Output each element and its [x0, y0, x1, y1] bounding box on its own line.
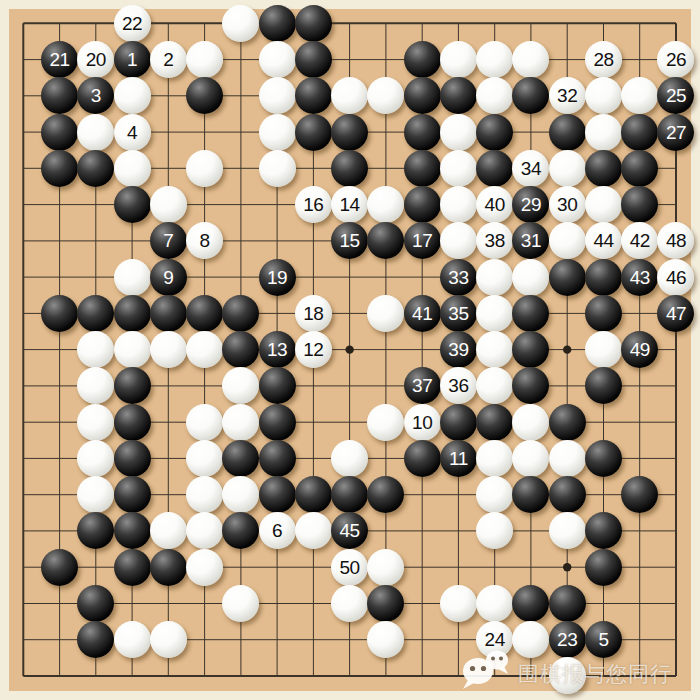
- stone-white-15-12[interactable]: [549, 440, 586, 477]
- stone-black-12-12[interactable]: 11: [440, 440, 477, 477]
- stone-black-3-12[interactable]: [114, 440, 151, 477]
- stone-black-3-1[interactable]: 1: [114, 41, 151, 78]
- stone-white-10-15[interactable]: [367, 549, 404, 586]
- stone-black-7-11[interactable]: [259, 404, 296, 441]
- stone-white-10-8[interactable]: [367, 295, 404, 332]
- stone-white-3-17[interactable]: [114, 621, 151, 658]
- stone-white-3-0[interactable]: 22: [114, 5, 151, 42]
- stone-white-11-11[interactable]: 10: [404, 404, 441, 441]
- stone-black-12-8[interactable]: 35: [440, 295, 477, 332]
- stone-white-8-8[interactable]: 18: [295, 295, 332, 332]
- stone-black-4-6[interactable]: 7: [150, 222, 187, 259]
- stone-white-13-8[interactable]: [476, 295, 513, 332]
- stone-white-12-1[interactable]: [440, 41, 477, 78]
- stone-black-16-15[interactable]: [585, 549, 622, 586]
- move-number: 31: [521, 231, 541, 250]
- move-number: 25: [666, 86, 686, 105]
- move-number: 18: [303, 304, 323, 323]
- move-number: 26: [666, 50, 686, 69]
- stone-black-3-14[interactable]: [114, 512, 151, 549]
- stone-black-16-12[interactable]: [585, 440, 622, 477]
- move-number: 27: [666, 123, 686, 142]
- stone-black-15-13[interactable]: [549, 476, 586, 513]
- move-number: 49: [630, 340, 650, 359]
- stone-black-9-3[interactable]: [331, 114, 368, 151]
- stone-black-7-9[interactable]: 13: [259, 331, 296, 368]
- go-diagram: 2221201228263322542734161440293078151738…: [0, 0, 700, 700]
- stone-white-10-11[interactable]: [367, 404, 404, 441]
- stone-white-8-5[interactable]: 16: [295, 186, 332, 223]
- move-number: 36: [448, 376, 468, 395]
- move-number: 42: [630, 231, 650, 250]
- stone-black-7-0[interactable]: [259, 5, 296, 42]
- stone-white-14-11[interactable]: [512, 404, 549, 441]
- stone-white-3-3[interactable]: 4: [114, 114, 151, 151]
- stone-black-15-17[interactable]: 23: [549, 621, 586, 658]
- stone-black-11-2[interactable]: [404, 77, 441, 114]
- stone-black-4-8[interactable]: [150, 295, 187, 332]
- stone-black-8-3[interactable]: [295, 114, 332, 151]
- stone-black-17-7[interactable]: 43: [621, 259, 658, 296]
- stone-white-3-4[interactable]: [114, 150, 151, 187]
- stone-white-7-1[interactable]: [259, 41, 296, 78]
- stone-white-12-6[interactable]: [440, 222, 477, 259]
- stone-white-12-5[interactable]: [440, 186, 477, 223]
- stone-black-3-15[interactable]: [114, 549, 151, 586]
- stone-black-7-10[interactable]: [259, 367, 296, 404]
- stone-black-7-12[interactable]: [259, 440, 296, 477]
- move-number: 39: [448, 340, 468, 359]
- stone-black-15-3[interactable]: [549, 114, 586, 151]
- stone-white-15-4[interactable]: [549, 150, 586, 187]
- stone-black-8-1[interactable]: [295, 41, 332, 78]
- move-number: 13: [267, 340, 287, 359]
- stone-white-16-2[interactable]: [585, 77, 622, 114]
- stone-white-15-5[interactable]: 30: [549, 186, 586, 223]
- stone-black-3-10[interactable]: [114, 367, 151, 404]
- move-number: 17: [412, 231, 432, 250]
- stone-white-6-0[interactable]: [222, 5, 259, 42]
- move-number: 19: [267, 268, 287, 287]
- move-number: 23: [557, 630, 577, 649]
- stone-black-15-16[interactable]: [549, 585, 586, 622]
- stone-white-2-11[interactable]: [77, 404, 114, 441]
- stone-black-1-1[interactable]: 21: [41, 41, 78, 78]
- move-number: 29: [521, 195, 541, 214]
- move-number: 10: [412, 413, 432, 432]
- move-number: 43: [630, 268, 650, 287]
- stone-white-9-12[interactable]: [331, 440, 368, 477]
- stone-black-11-10[interactable]: 37: [404, 367, 441, 404]
- move-number: 41: [412, 304, 432, 323]
- move-number: 4: [127, 123, 137, 142]
- stone-black-9-4[interactable]: [331, 150, 368, 187]
- stone-black-4-7[interactable]: 9: [150, 259, 187, 296]
- stone-white-16-1[interactable]: 28: [585, 41, 622, 78]
- stone-white-5-11[interactable]: [186, 404, 223, 441]
- move-number: 37: [412, 376, 432, 395]
- stone-white-12-4[interactable]: [440, 150, 477, 187]
- stone-white-3-9[interactable]: [114, 331, 151, 368]
- stone-white-13-16[interactable]: [476, 585, 513, 622]
- stone-white-4-9[interactable]: [150, 331, 187, 368]
- move-number: 50: [340, 558, 360, 577]
- stone-black-15-11[interactable]: [549, 404, 586, 441]
- stone-white-14-7[interactable]: [512, 259, 549, 296]
- stone-black-16-4[interactable]: [585, 150, 622, 187]
- stone-white-15-18[interactable]: [549, 657, 586, 694]
- stone-black-2-4[interactable]: [77, 150, 114, 187]
- stone-white-4-1[interactable]: 2: [150, 41, 187, 78]
- star-point: [563, 345, 571, 353]
- stone-white-6-11[interactable]: [222, 404, 259, 441]
- stone-white-2-3[interactable]: [77, 114, 114, 151]
- move-number: 14: [340, 195, 360, 214]
- stone-black-1-8[interactable]: [41, 295, 78, 332]
- move-number: 2: [163, 50, 173, 69]
- move-number: 28: [593, 50, 613, 69]
- star-point: [345, 345, 353, 353]
- stone-black-12-2[interactable]: [440, 77, 477, 114]
- stone-black-11-12[interactable]: [404, 440, 441, 477]
- stone-black-6-8[interactable]: [222, 295, 259, 332]
- stone-white-3-2[interactable]: [114, 77, 151, 114]
- move-number: 40: [485, 195, 505, 214]
- stone-black-11-6[interactable]: 17: [404, 222, 441, 259]
- stone-black-12-9[interactable]: 39: [440, 331, 477, 368]
- stone-white-5-4[interactable]: [186, 150, 223, 187]
- stone-black-11-1[interactable]: [404, 41, 441, 78]
- move-number: 22: [122, 14, 142, 33]
- move-number: 30: [557, 195, 577, 214]
- stone-white-2-12[interactable]: [77, 440, 114, 477]
- stone-white-16-9[interactable]: [585, 331, 622, 368]
- stone-black-3-8[interactable]: [114, 295, 151, 332]
- stone-black-16-7[interactable]: [585, 259, 622, 296]
- move-number: 16: [303, 195, 323, 214]
- move-number: 45: [340, 521, 360, 540]
- stone-black-11-3[interactable]: [404, 114, 441, 151]
- stone-black-11-5[interactable]: [404, 186, 441, 223]
- move-number: 34: [521, 159, 541, 178]
- stone-black-18-3[interactable]: 27: [657, 114, 694, 151]
- stone-white-13-5[interactable]: 40: [476, 186, 513, 223]
- stone-black-12-7[interactable]: 33: [440, 259, 477, 296]
- stone-white-7-2[interactable]: [259, 77, 296, 114]
- move-number: 21: [49, 50, 69, 69]
- stone-black-6-12[interactable]: [222, 440, 259, 477]
- stone-white-14-4[interactable]: 34: [512, 150, 549, 187]
- move-number: 32: [557, 86, 577, 105]
- stone-white-3-7[interactable]: [114, 259, 151, 296]
- stone-black-16-17[interactable]: 5: [585, 621, 622, 658]
- stone-white-13-12[interactable]: [476, 440, 513, 477]
- stone-black-2-8[interactable]: [77, 295, 114, 332]
- stone-black-1-4[interactable]: [41, 150, 78, 187]
- move-number: 48: [666, 231, 686, 250]
- move-number: 11: [449, 449, 468, 468]
- move-number: 20: [86, 50, 106, 69]
- stone-white-15-2[interactable]: 32: [549, 77, 586, 114]
- stone-white-7-14[interactable]: 6: [259, 512, 296, 549]
- stone-white-13-7[interactable]: [476, 259, 513, 296]
- move-number: 9: [163, 268, 173, 287]
- stone-black-8-2[interactable]: [295, 77, 332, 114]
- stone-white-4-17[interactable]: [150, 621, 187, 658]
- stone-black-8-13[interactable]: [295, 476, 332, 513]
- stone-black-15-7[interactable]: [549, 259, 586, 296]
- stone-black-3-11[interactable]: [114, 404, 151, 441]
- move-number: 12: [303, 340, 323, 359]
- stone-white-16-5[interactable]: [585, 186, 622, 223]
- stone-black-13-3[interactable]: [476, 114, 513, 151]
- stone-white-5-12[interactable]: [186, 440, 223, 477]
- move-number: 24: [485, 630, 505, 649]
- move-number: 3: [91, 86, 101, 105]
- star-point: [563, 563, 571, 571]
- move-number: 6: [272, 521, 282, 540]
- move-number: 44: [593, 231, 613, 250]
- move-number: 35: [448, 304, 468, 323]
- move-number: 1: [127, 50, 137, 69]
- stone-black-13-4[interactable]: [476, 150, 513, 187]
- stone-white-9-5[interactable]: 14: [331, 186, 368, 223]
- stone-white-15-6[interactable]: [549, 222, 586, 259]
- stone-black-11-4[interactable]: [404, 150, 441, 187]
- stone-white-12-16[interactable]: [440, 585, 477, 622]
- stone-black-7-13[interactable]: [259, 476, 296, 513]
- move-number: 15: [340, 231, 360, 250]
- stone-white-4-5[interactable]: [150, 186, 187, 223]
- move-number: 47: [666, 304, 686, 323]
- move-number: 8: [200, 231, 210, 250]
- stone-black-3-13[interactable]: [114, 476, 151, 513]
- stone-black-11-8[interactable]: 41: [404, 295, 441, 332]
- stone-black-2-16[interactable]: [77, 585, 114, 622]
- stone-black-1-3[interactable]: [41, 114, 78, 151]
- stone-black-4-15[interactable]: [150, 549, 187, 586]
- move-number: 33: [448, 268, 468, 287]
- stone-black-17-4[interactable]: [621, 150, 658, 187]
- stone-black-3-5[interactable]: [114, 186, 151, 223]
- move-number: 5: [598, 630, 608, 649]
- stone-white-9-16[interactable]: [331, 585, 368, 622]
- stone-black-13-11[interactable]: [476, 404, 513, 441]
- stone-white-5-13[interactable]: [186, 476, 223, 513]
- stone-black-8-0[interactable]: [295, 5, 332, 42]
- stone-white-5-15[interactable]: [186, 549, 223, 586]
- move-number: 38: [485, 231, 505, 250]
- stone-black-12-11[interactable]: [440, 404, 477, 441]
- stone-black-5-8[interactable]: [186, 295, 223, 332]
- stone-white-7-3[interactable]: [259, 114, 296, 151]
- stone-white-9-15[interactable]: 50: [331, 549, 368, 586]
- stone-white-5-1[interactable]: [186, 41, 223, 78]
- stone-white-12-3[interactable]: [440, 114, 477, 151]
- stone-white-4-14[interactable]: [150, 512, 187, 549]
- stone-white-5-9[interactable]: [186, 331, 223, 368]
- stone-black-1-15[interactable]: [41, 549, 78, 586]
- stone-white-15-14[interactable]: [549, 512, 586, 549]
- move-number: 7: [163, 231, 173, 250]
- stone-white-8-9[interactable]: 12: [295, 331, 332, 368]
- stone-black-16-8[interactable]: [585, 295, 622, 332]
- stone-white-13-1[interactable]: [476, 41, 513, 78]
- stone-black-7-7[interactable]: 19: [259, 259, 296, 296]
- stone-white-7-4[interactable]: [259, 150, 296, 187]
- stone-white-18-7[interactable]: 46: [657, 259, 694, 296]
- move-number: 46: [666, 268, 686, 287]
- stone-white-16-3[interactable]: [585, 114, 622, 151]
- stone-black-17-3[interactable]: [621, 114, 658, 151]
